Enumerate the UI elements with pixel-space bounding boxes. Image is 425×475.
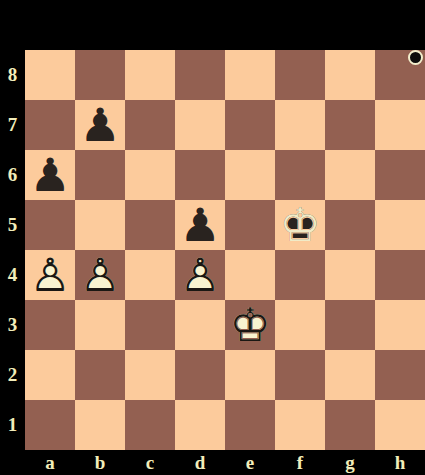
square-b6[interactable] (75, 150, 125, 200)
square-e5[interactable] (225, 200, 275, 250)
black-pawn-glyph: ♟ (79, 102, 120, 148)
rank-label-6: 6 (0, 150, 25, 200)
rank-label-4: 4 (0, 250, 25, 300)
square-c6[interactable] (125, 150, 175, 200)
file-label-f: f (275, 450, 325, 475)
square-b2[interactable] (75, 350, 125, 400)
square-e1[interactable] (225, 400, 275, 450)
white-pawn-glyph: ♟ (179, 252, 220, 298)
black-pawn-glyph: ♟ (29, 152, 70, 198)
square-g8[interactable] (325, 50, 375, 100)
square-f8[interactable] (275, 50, 325, 100)
file-label-h: h (375, 450, 425, 475)
square-c8[interactable] (125, 50, 175, 100)
square-e8[interactable] (225, 50, 275, 100)
square-g2[interactable] (325, 350, 375, 400)
file-label-d: d (175, 450, 225, 475)
square-h1[interactable] (375, 400, 425, 450)
white-pawn-outline: ♙ (79, 252, 120, 298)
file-label-a: a (25, 450, 75, 475)
square-d7[interactable] (175, 100, 225, 150)
file-label-e: e (225, 450, 275, 475)
square-g3[interactable] (325, 300, 375, 350)
rank-labels: 87654321 (0, 50, 25, 450)
white-pawn-glyph: ♟ (79, 252, 120, 298)
white-pawn[interactable]: ♟♙ (25, 250, 75, 300)
square-c5[interactable] (125, 200, 175, 250)
square-a1[interactable] (25, 400, 75, 450)
square-g5[interactable] (325, 200, 375, 250)
black-pawn[interactable]: ♟ (75, 100, 125, 150)
white-king[interactable]: ♚♔ (225, 300, 275, 350)
square-e2[interactable] (225, 350, 275, 400)
square-c1[interactable] (125, 400, 175, 450)
square-d3[interactable] (175, 300, 225, 350)
square-g7[interactable] (325, 100, 375, 150)
square-d2[interactable] (175, 350, 225, 400)
square-d1[interactable] (175, 400, 225, 450)
square-a7[interactable] (25, 100, 75, 150)
square-e3[interactable]: ♚♔ (225, 300, 275, 350)
square-f2[interactable] (275, 350, 325, 400)
white-pawn[interactable]: ♟♙ (75, 250, 125, 300)
square-h7[interactable] (375, 100, 425, 150)
square-d4[interactable]: ♟♙ (175, 250, 225, 300)
rank-label-7: 7 (0, 100, 25, 150)
file-label-b: b (75, 450, 125, 475)
black-king[interactable]: ♚♔ (275, 200, 325, 250)
square-h6[interactable] (375, 150, 425, 200)
square-d8[interactable] (175, 50, 225, 100)
rank-label-2: 2 (0, 350, 25, 400)
black-pawn-glyph: ♟ (179, 202, 220, 248)
square-d6[interactable] (175, 150, 225, 200)
square-h5[interactable] (375, 200, 425, 250)
square-f5[interactable]: ♚♔ (275, 200, 325, 250)
square-d5[interactable]: ♟ (175, 200, 225, 250)
black-pawn[interactable]: ♟ (25, 150, 75, 200)
square-f7[interactable] (275, 100, 325, 150)
square-b3[interactable] (75, 300, 125, 350)
black-to-move-indicator (408, 50, 423, 65)
square-a2[interactable] (25, 350, 75, 400)
square-b7[interactable]: ♟ (75, 100, 125, 150)
square-f4[interactable] (275, 250, 325, 300)
square-c2[interactable] (125, 350, 175, 400)
square-b4[interactable]: ♟♙ (75, 250, 125, 300)
square-a4[interactable]: ♟♙ (25, 250, 75, 300)
square-e6[interactable] (225, 150, 275, 200)
white-pawn[interactable]: ♟♙ (175, 250, 225, 300)
white-pawn-glyph: ♟ (29, 252, 70, 298)
square-h3[interactable] (375, 300, 425, 350)
rank-label-1: 1 (0, 400, 25, 450)
square-f6[interactable] (275, 150, 325, 200)
square-f1[interactable] (275, 400, 325, 450)
square-f3[interactable] (275, 300, 325, 350)
black-king-glyph: ♚ (279, 202, 320, 248)
square-e4[interactable] (225, 250, 275, 300)
rank-label-8: 8 (0, 50, 25, 100)
black-king-outline: ♔ (279, 202, 320, 248)
square-c4[interactable] (125, 250, 175, 300)
rank-label-3: 3 (0, 300, 25, 350)
file-label-g: g (325, 450, 375, 475)
white-pawn-outline: ♙ (29, 252, 70, 298)
square-g4[interactable] (325, 250, 375, 300)
square-a5[interactable] (25, 200, 75, 250)
square-g6[interactable] (325, 150, 375, 200)
square-b5[interactable] (75, 200, 125, 250)
square-a8[interactable] (25, 50, 75, 100)
rank-label-5: 5 (0, 200, 25, 250)
square-b1[interactable] (75, 400, 125, 450)
white-pawn-outline: ♙ (179, 252, 220, 298)
file-label-c: c (125, 450, 175, 475)
white-king-outline: ♔ (229, 302, 270, 348)
square-c7[interactable] (125, 100, 175, 150)
square-c3[interactable] (125, 300, 175, 350)
white-king-glyph: ♚ (229, 302, 270, 348)
file-labels: abcdefgh (25, 450, 425, 475)
black-pawn[interactable]: ♟ (175, 200, 225, 250)
square-a6[interactable]: ♟ (25, 150, 75, 200)
chess-board-panel: 87654321 ♟♟♟♚♔♟♙♟♙♟♙♚♔ abcdefgh (0, 0, 425, 475)
square-g1[interactable] (325, 400, 375, 450)
square-b8[interactable] (75, 50, 125, 100)
chess-board[interactable]: ♟♟♟♚♔♟♙♟♙♟♙♚♔ (25, 50, 425, 450)
square-h4[interactable] (375, 250, 425, 300)
square-h2[interactable] (375, 350, 425, 400)
square-a3[interactable] (25, 300, 75, 350)
square-e7[interactable] (225, 100, 275, 150)
